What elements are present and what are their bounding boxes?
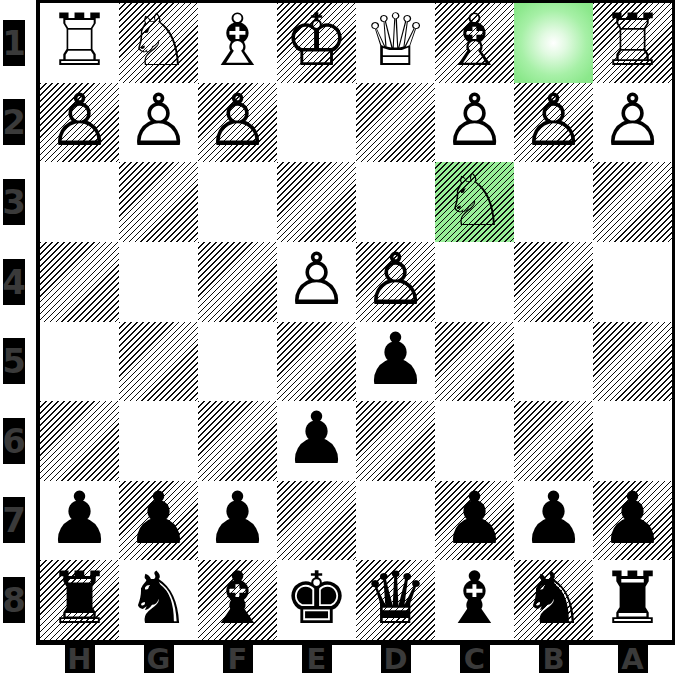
square-g8[interactable]: ♞ — [119, 560, 198, 640]
black-bishop: ♝ — [442, 560, 507, 637]
white-pawn: ♙ — [442, 83, 507, 160]
white-knight: ♘ — [442, 162, 507, 239]
black-pawn: ♟ — [363, 322, 428, 399]
square-b3[interactable] — [514, 162, 593, 242]
rank-label-3: 3 — [3, 179, 25, 225]
black-knight: ♞ — [521, 560, 586, 637]
file-label-cell-d: D — [356, 645, 435, 675]
rank-label-2: 2 — [3, 99, 25, 145]
square-d3[interactable] — [356, 162, 435, 242]
square-b2[interactable]: ♙ — [514, 83, 593, 163]
square-f7[interactable]: ♟ — [198, 481, 277, 561]
file-label-cell-a: A — [593, 645, 672, 675]
black-pawn: ♟ — [442, 481, 507, 558]
rank-label-8: 8 — [3, 577, 25, 623]
square-h4[interactable] — [40, 242, 119, 322]
square-g6[interactable] — [119, 401, 198, 481]
square-b6[interactable] — [514, 401, 593, 481]
chess-diagram-page: 12345678 ♖♘♗♔♕♗♖♙♙♙♙♙♙♘♙♙♟♟♟♟♟♟♟♟♜♞♝♚♛♝♞… — [0, 0, 675, 675]
file-label-f: F — [223, 645, 253, 673]
square-h1[interactable]: ♖ — [40, 3, 119, 83]
rank-label-1: 1 — [3, 20, 25, 66]
square-f8[interactable]: ♝ — [198, 560, 277, 640]
file-label-cell-g: G — [119, 645, 198, 675]
square-c8[interactable]: ♝ — [435, 560, 514, 640]
square-d2[interactable] — [356, 83, 435, 163]
white-pawn: ♙ — [600, 83, 665, 160]
square-c4[interactable] — [435, 242, 514, 322]
square-f3[interactable] — [198, 162, 277, 242]
square-a1[interactable]: ♖ — [593, 3, 672, 83]
black-pawn: ♟ — [126, 481, 191, 558]
board-area: 12345678 ♖♘♗♔♕♗♖♙♙♙♙♙♙♘♙♙♟♟♟♟♟♟♟♟♜♞♝♚♛♝♞… — [0, 0, 675, 645]
black-knight: ♞ — [126, 560, 191, 637]
file-label-b: B — [539, 645, 569, 673]
file-label-a: A — [618, 645, 648, 673]
square-d7[interactable] — [356, 481, 435, 561]
white-pawn: ♙ — [47, 83, 112, 160]
black-king: ♚ — [284, 560, 349, 637]
file-label-g: G — [144, 645, 174, 673]
white-king: ♔ — [284, 3, 349, 80]
square-e3[interactable] — [277, 162, 356, 242]
square-e8[interactable]: ♚ — [277, 560, 356, 640]
rank-label-cell-5: 5 — [0, 321, 36, 401]
white-pawn: ♙ — [126, 83, 191, 160]
rank-label-cell-4: 4 — [0, 242, 36, 322]
square-d6[interactable] — [356, 401, 435, 481]
rank-label-cell-1: 1 — [0, 3, 36, 83]
square-b7[interactable]: ♟ — [514, 481, 593, 561]
square-d8[interactable]: ♛ — [356, 560, 435, 640]
white-pawn: ♙ — [521, 83, 586, 160]
file-label-h: H — [65, 645, 95, 673]
white-pawn: ♙ — [284, 242, 349, 319]
rank-label-6: 6 — [3, 418, 25, 464]
square-b1[interactable] — [514, 3, 593, 83]
rank-label-cell-8: 8 — [0, 560, 36, 640]
white-rook: ♖ — [600, 3, 665, 80]
square-g5[interactable] — [119, 322, 198, 402]
square-c6[interactable] — [435, 401, 514, 481]
square-f1[interactable]: ♗ — [198, 3, 277, 83]
rank-label-cell-3: 3 — [0, 162, 36, 242]
rank-label-cell-2: 2 — [0, 83, 36, 163]
square-f2[interactable]: ♙ — [198, 83, 277, 163]
square-g2[interactable]: ♙ — [119, 83, 198, 163]
chess-board: ♖♘♗♔♕♗♖♙♙♙♙♙♙♘♙♙♟♟♟♟♟♟♟♟♜♞♝♚♛♝♞♜ — [36, 0, 675, 645]
square-e1[interactable]: ♔ — [277, 3, 356, 83]
square-h8[interactable]: ♜ — [40, 560, 119, 640]
square-h3[interactable] — [40, 162, 119, 242]
rank-label-cell-6: 6 — [0, 401, 36, 481]
square-b8[interactable]: ♞ — [514, 560, 593, 640]
square-c1[interactable]: ♗ — [435, 3, 514, 83]
file-labels: HGFEDCBA — [40, 645, 672, 675]
file-label-cell-e: E — [277, 645, 356, 675]
square-e7[interactable] — [277, 481, 356, 561]
file-label-cell-h: H — [40, 645, 119, 675]
rank-labels: 12345678 — [0, 0, 36, 645]
white-pawn: ♙ — [205, 83, 270, 160]
square-a4[interactable] — [593, 242, 672, 322]
white-pawn: ♙ — [363, 242, 428, 319]
square-b5[interactable] — [514, 322, 593, 402]
square-c2[interactable]: ♙ — [435, 83, 514, 163]
square-a6[interactable] — [593, 401, 672, 481]
white-bishop: ♗ — [205, 3, 270, 80]
black-pawn: ♟ — [600, 481, 665, 558]
black-pawn: ♟ — [47, 481, 112, 558]
black-queen: ♛ — [363, 560, 428, 637]
square-d1[interactable]: ♕ — [356, 3, 435, 83]
rank-label-4: 4 — [3, 259, 25, 305]
rank-label-cell-7: 7 — [0, 481, 36, 561]
black-pawn: ♟ — [205, 481, 270, 558]
black-pawn: ♟ — [284, 401, 349, 478]
white-queen: ♕ — [363, 3, 428, 80]
file-label-cell-c: C — [435, 645, 514, 675]
square-h6[interactable] — [40, 401, 119, 481]
square-g1[interactable]: ♘ — [119, 3, 198, 83]
white-knight: ♘ — [126, 3, 191, 80]
square-g7[interactable]: ♟ — [119, 481, 198, 561]
square-b4[interactable] — [514, 242, 593, 322]
square-a7[interactable]: ♟ — [593, 481, 672, 561]
white-bishop: ♗ — [442, 3, 507, 80]
square-d4[interactable]: ♙ — [356, 242, 435, 322]
black-bishop: ♝ — [205, 560, 270, 637]
square-a3[interactable] — [593, 162, 672, 242]
square-a8[interactable]: ♜ — [593, 560, 672, 640]
file-label-e: E — [302, 645, 332, 673]
square-c7[interactable]: ♟ — [435, 481, 514, 561]
black-rook: ♜ — [47, 560, 112, 637]
file-label-d: D — [381, 645, 411, 673]
black-pawn: ♟ — [521, 481, 586, 558]
square-e6[interactable]: ♟ — [277, 401, 356, 481]
square-h7[interactable]: ♟ — [40, 481, 119, 561]
square-g4[interactable] — [119, 242, 198, 322]
square-a5[interactable] — [593, 322, 672, 402]
rank-label-5: 5 — [3, 338, 25, 384]
square-c3[interactable]: ♘ — [435, 162, 514, 242]
file-label-cell-f: F — [198, 645, 277, 675]
file-label-c: C — [460, 645, 490, 673]
file-label-cell-b: B — [514, 645, 593, 675]
white-rook: ♖ — [47, 3, 112, 80]
square-f5[interactable] — [198, 322, 277, 402]
black-rook: ♜ — [600, 560, 665, 637]
square-h2[interactable]: ♙ — [40, 83, 119, 163]
square-g3[interactable] — [119, 162, 198, 242]
square-e4[interactable]: ♙ — [277, 242, 356, 322]
square-d5[interactable]: ♟ — [356, 322, 435, 402]
square-c5[interactable] — [435, 322, 514, 402]
square-e5[interactable] — [277, 322, 356, 402]
square-f6[interactable] — [198, 401, 277, 481]
square-h5[interactable] — [40, 322, 119, 402]
rank-label-7: 7 — [3, 497, 25, 543]
square-a2[interactable]: ♙ — [593, 83, 672, 163]
square-f4[interactable] — [198, 242, 277, 322]
square-e2[interactable] — [277, 83, 356, 163]
